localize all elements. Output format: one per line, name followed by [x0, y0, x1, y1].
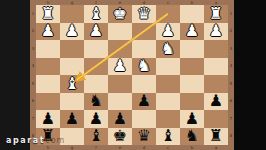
rank-label: 7 — [228, 110, 234, 128]
file-label: b — [180, 145, 204, 150]
square-b6[interactable] — [180, 93, 204, 111]
file-label: f — [84, 145, 108, 150]
white-rook-icon: ♜ — [209, 5, 223, 21]
square-a1[interactable]: ♜ — [204, 5, 228, 23]
file-label: d — [132, 145, 156, 150]
rank-label: 2 — [228, 23, 234, 41]
square-g2[interactable]: ♟ — [60, 23, 84, 41]
square-f6[interactable]: ♞ — [84, 93, 108, 111]
square-h7[interactable]: ♟ — [36, 110, 60, 128]
square-d6[interactable]: ♟ — [132, 93, 156, 111]
square-c6[interactable] — [156, 93, 180, 111]
square-f8[interactable]: ♝ — [84, 128, 108, 146]
square-e2[interactable] — [108, 23, 132, 41]
square-g4[interactable] — [60, 58, 84, 76]
square-h6[interactable] — [36, 93, 60, 111]
file-label: c — [156, 0, 180, 5]
square-e1[interactable]: ♚ — [108, 5, 132, 23]
square-c4[interactable] — [156, 58, 180, 76]
square-b2[interactable]: ♟ — [180, 23, 204, 41]
square-b4[interactable] — [180, 58, 204, 76]
square-d1[interactable]: ♛ — [132, 5, 156, 23]
white-pawn-icon: ♟ — [113, 58, 127, 74]
black-pawn-icon: ♟ — [113, 110, 127, 126]
square-e7[interactable]: ♟ — [108, 110, 132, 128]
file-label: e — [108, 145, 132, 150]
rank-label: 1 — [30, 5, 36, 23]
square-e8[interactable]: ♚ — [108, 128, 132, 146]
white-pawn-icon: ♟ — [65, 23, 79, 39]
white-rook-icon: ♜ — [41, 5, 55, 21]
black-king-icon: ♚ — [113, 128, 127, 144]
square-h5[interactable] — [36, 75, 60, 93]
black-knight-icon: ♞ — [185, 128, 199, 144]
black-pawn-icon: ♟ — [41, 110, 55, 126]
rank-label: 6 — [228, 93, 234, 111]
file-labels-bottom: hgfedcba — [36, 145, 228, 150]
rank-label: 7 — [30, 110, 36, 128]
file-label: h — [36, 145, 60, 150]
background-void — [234, 0, 266, 150]
square-g5[interactable]: ♝ — [60, 75, 84, 93]
black-pawn-icon: ♟ — [137, 93, 151, 109]
black-pawn-icon: ♟ — [89, 110, 103, 126]
square-g3[interactable] — [60, 40, 84, 58]
square-c2[interactable]: ♟ — [156, 23, 180, 41]
square-c3[interactable]: ♞ — [156, 40, 180, 58]
square-c5[interactable] — [156, 75, 180, 93]
chess-board: ♜♝♚♛♜♟♟♟♟♟♟♞♟♞♝♞♟♟♟♟♟♟♟♜♝♚♛♝♞♜ — [36, 5, 228, 145]
file-label: g — [60, 145, 84, 150]
square-d8[interactable]: ♛ — [132, 128, 156, 146]
square-d4[interactable]: ♞ — [132, 58, 156, 76]
square-a6[interactable]: ♟ — [204, 93, 228, 111]
square-e3[interactable] — [108, 40, 132, 58]
white-pawn-icon: ♟ — [161, 23, 175, 39]
file-label: a — [204, 145, 228, 150]
square-d2[interactable] — [132, 23, 156, 41]
file-label: b — [180, 0, 204, 5]
square-a5[interactable] — [204, 75, 228, 93]
white-queen-icon: ♛ — [137, 5, 151, 21]
rank-label: 3 — [30, 40, 36, 58]
square-h3[interactable] — [36, 40, 60, 58]
watermark-text: aparat — [6, 136, 45, 145]
file-label: f — [84, 0, 108, 5]
square-b5[interactable] — [180, 75, 204, 93]
black-rook-icon: ♜ — [209, 128, 223, 144]
file-label: h — [36, 0, 60, 5]
white-king-icon: ♚ — [113, 5, 127, 21]
square-h1[interactable]: ♜ — [36, 5, 60, 23]
square-b7[interactable]: ♟ — [180, 110, 204, 128]
square-d5[interactable] — [132, 75, 156, 93]
square-f7[interactable]: ♟ — [84, 110, 108, 128]
white-bishop-icon: ♝ — [65, 75, 79, 91]
square-f2[interactable]: ♟ — [84, 23, 108, 41]
rank-label: 5 — [30, 75, 36, 93]
file-label: a — [204, 0, 228, 5]
white-pawn-icon: ♟ — [89, 23, 103, 39]
rank-label: 3 — [228, 40, 234, 58]
white-pawn-icon: ♟ — [185, 23, 199, 39]
rank-label: 1 — [228, 5, 234, 23]
black-pawn-icon: ♟ — [65, 110, 79, 126]
file-label: e — [108, 0, 132, 5]
square-f1[interactable]: ♝ — [84, 5, 108, 23]
video-frame: ♜♝♚♛♜♟♟♟♟♟♟♞♟♞♝♞♟♟♟♟♟♟♟♜♝♚♛♝♞♜ 12345678 … — [0, 0, 266, 150]
rank-labels-right: 12345678 — [228, 5, 234, 145]
rank-labels-left: 12345678 — [30, 5, 36, 145]
square-f5[interactable] — [84, 75, 108, 93]
white-knight-icon: ♞ — [161, 40, 175, 56]
black-bishop-icon: ♝ — [89, 128, 103, 144]
file-label: c — [156, 145, 180, 150]
square-h4[interactable] — [36, 58, 60, 76]
square-d7[interactable] — [132, 110, 156, 128]
rank-label: 2 — [30, 23, 36, 41]
black-bishop-icon: ♝ — [161, 128, 175, 144]
black-pawn-icon: ♟ — [185, 110, 199, 126]
square-c8[interactable]: ♝ — [156, 128, 180, 146]
white-pawn-icon: ♟ — [41, 23, 55, 39]
square-f3[interactable] — [84, 40, 108, 58]
black-knight-icon: ♞ — [89, 93, 103, 109]
rank-label: 6 — [30, 93, 36, 111]
square-d3[interactable] — [132, 40, 156, 58]
file-label: d — [132, 0, 156, 5]
square-g6[interactable] — [60, 93, 84, 111]
square-a8[interactable]: ♜ — [204, 128, 228, 146]
square-a3[interactable] — [204, 40, 228, 58]
square-b1[interactable] — [180, 5, 204, 23]
square-g1[interactable] — [60, 5, 84, 23]
square-e4[interactable]: ♟ — [108, 58, 132, 76]
watermark-suffix: com — [45, 136, 65, 145]
square-c7[interactable] — [156, 110, 180, 128]
black-queen-icon: ♛ — [137, 128, 151, 144]
square-f4[interactable] — [84, 58, 108, 76]
rank-label: 8 — [228, 128, 234, 146]
square-a4[interactable] — [204, 58, 228, 76]
rank-label: 5 — [228, 75, 234, 93]
square-b8[interactable]: ♞ — [180, 128, 204, 146]
rank-label: 4 — [228, 58, 234, 76]
square-b3[interactable] — [180, 40, 204, 58]
square-e5[interactable] — [108, 75, 132, 93]
watermark: aparatcom — [6, 136, 65, 145]
square-a2[interactable]: ♟ — [204, 23, 228, 41]
black-pawn-icon: ♟ — [209, 93, 223, 109]
white-knight-icon: ♞ — [137, 58, 151, 74]
white-pawn-icon: ♟ — [209, 23, 223, 39]
square-h2[interactable]: ♟ — [36, 23, 60, 41]
square-g7[interactable]: ♟ — [60, 110, 84, 128]
square-a7[interactable] — [204, 110, 228, 128]
square-e6[interactable] — [108, 93, 132, 111]
square-c1[interactable] — [156, 5, 180, 23]
file-label: g — [60, 0, 84, 5]
white-bishop-icon: ♝ — [89, 5, 103, 21]
file-labels-top: hgfedcba — [36, 0, 228, 5]
rank-label: 4 — [30, 58, 36, 76]
